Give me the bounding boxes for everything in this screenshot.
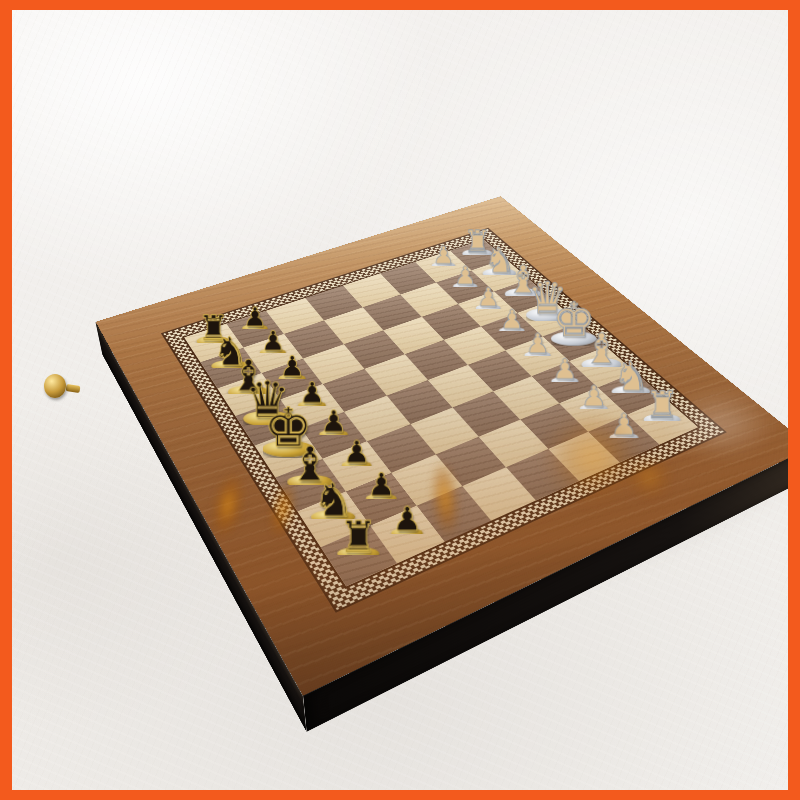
chess-box: ♜♞♝♛♚♝♞♜♟♟♟♟♟♟♟♟♟♟♟♟♟♟♟♟♜♞♝♛♚♝♞♜ <box>96 196 800 696</box>
chess-board: ♜♞♝♛♚♝♞♜♟♟♟♟♟♟♟♟♟♟♟♟♟♟♟♟♜♞♝♛♚♝♞♜ <box>182 238 701 589</box>
piece-white-rook: ♜ <box>458 215 498 255</box>
square-f1: ♝ <box>569 347 634 388</box>
piece-glyph: ♟ <box>432 245 454 268</box>
frame-bar-bottom <box>0 790 800 800</box>
piece-glyph: ♜ <box>464 227 492 256</box>
frame-bar-top <box>0 0 800 10</box>
piece-black-pawn: ♟ <box>233 285 277 329</box>
chessboard-scene: ♜♞♝♛♚♝♞♜♟♟♟♟♟♟♟♟♟♟♟♟♟♟♟♟♜♞♝♛♚♝♞♜ <box>0 0 800 800</box>
board-top-surface: ♜♞♝♛♚♝♞♜♟♟♟♟♟♟♟♟♟♟♟♟♟♟♟♟♜♞♝♛♚♝♞♜ <box>96 196 800 696</box>
piece-glyph: ♟ <box>611 412 638 440</box>
piece-white-pawn: ♟ <box>423 225 464 266</box>
frame-bar-right <box>788 0 800 800</box>
piece-glyph: ♜ <box>198 312 229 345</box>
piece-black-rook: ♜ <box>191 298 236 343</box>
piece-glyph: ♟ <box>243 306 267 331</box>
product-photo[interactable]: ♜♞♝♛♚♝♞♜♟♟♟♟♟♟♟♟♟♟♟♟♟♟♟♟♜♞♝♛♚♝♞♜ <box>0 0 800 800</box>
frame-bar-left <box>0 0 12 800</box>
